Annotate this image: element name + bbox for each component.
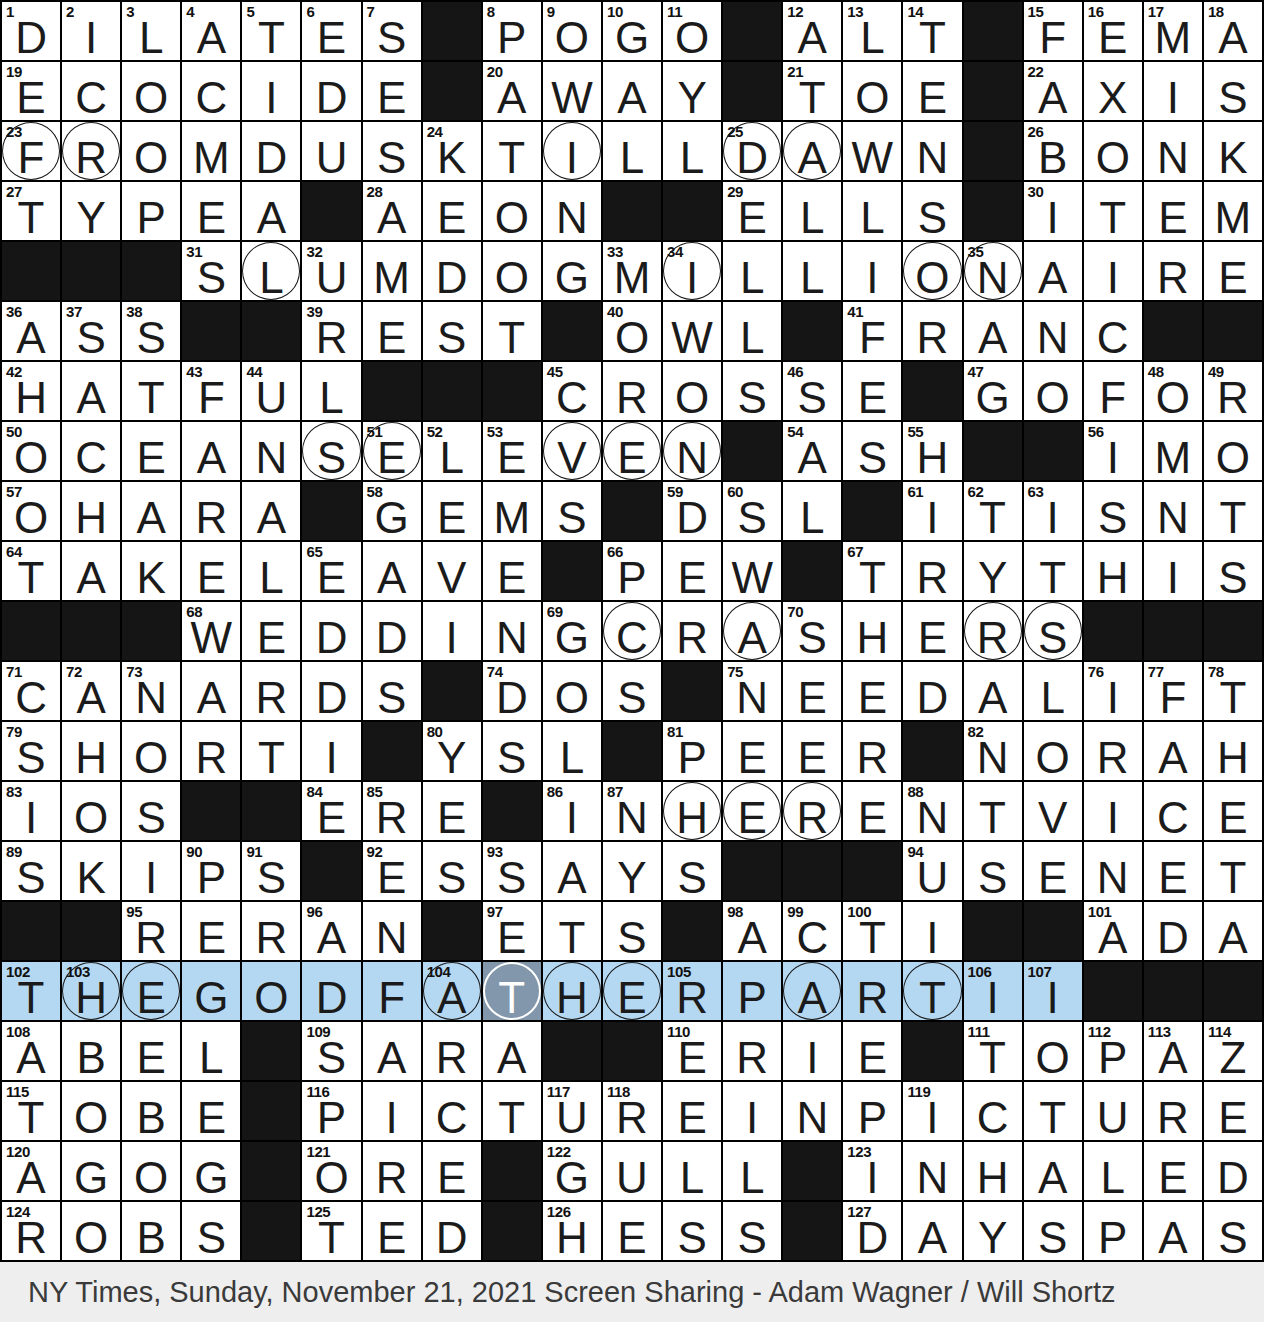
cell-r18c13[interactable]: R xyxy=(723,1022,781,1080)
cell-r2c21[interactable]: S xyxy=(1204,62,1262,120)
cell-r6c6[interactable]: 39R xyxy=(302,302,360,360)
cell-r14c1[interactable]: 83I xyxy=(2,782,60,840)
cell-r7c4[interactable]: 43F xyxy=(182,362,240,420)
cell-r15c8[interactable]: S xyxy=(423,842,481,900)
cell-r3c9[interactable]: T xyxy=(483,122,541,180)
cell-r19c7[interactable]: I xyxy=(363,1082,421,1140)
cell-r13c9[interactable]: S xyxy=(483,722,541,780)
cell-r7c11[interactable]: R xyxy=(603,362,661,420)
cell-r8c10[interactable]: V xyxy=(543,422,601,480)
cell-r18c6[interactable]: 109S xyxy=(302,1022,360,1080)
cell-r3c15[interactable]: W xyxy=(843,122,901,180)
cell-r17c17[interactable]: 106I xyxy=(964,962,1022,1020)
cell-r13c18[interactable]: O xyxy=(1024,722,1082,780)
cell-r18c2[interactable]: B xyxy=(62,1022,120,1080)
cell-r12c6[interactable]: D xyxy=(302,662,360,720)
cell-r12c21[interactable]: 78T xyxy=(1204,662,1262,720)
cell-r1c9[interactable]: 8P xyxy=(483,2,541,60)
cell-r8c4[interactable]: A xyxy=(182,422,240,480)
cell-r7c17[interactable]: 47G xyxy=(964,362,1022,420)
cell-r4c21[interactable]: M xyxy=(1204,182,1262,240)
cell-r8c7[interactable]: 51E xyxy=(363,422,421,480)
cell-r4c19[interactable]: T xyxy=(1084,182,1142,240)
cell-r19c19[interactable]: U xyxy=(1084,1082,1142,1140)
cell-r8c1[interactable]: 50O xyxy=(2,422,60,480)
cell-r1c11[interactable]: 10G xyxy=(603,2,661,60)
cell-r2c4[interactable]: C xyxy=(182,62,240,120)
cell-r5c21[interactable]: E xyxy=(1204,242,1262,300)
cell-r20c2[interactable]: G xyxy=(62,1142,120,1200)
cell-r4c8[interactable]: E xyxy=(423,182,481,240)
cell-r8c6[interactable]: S xyxy=(302,422,360,480)
cell-r7c6[interactable]: L xyxy=(302,362,360,420)
cell-r19c16[interactable]: 119I xyxy=(903,1082,961,1140)
cell-r10c4[interactable]: E xyxy=(182,542,240,600)
cell-r4c18[interactable]: 30I xyxy=(1024,182,1082,240)
cell-r21c1[interactable]: 124R xyxy=(2,1202,60,1260)
cell-r10c8[interactable]: V xyxy=(423,542,481,600)
cell-r15c1[interactable]: 89S xyxy=(2,842,60,900)
cell-r9c3[interactable]: A xyxy=(122,482,180,540)
cell-r3c12[interactable]: L xyxy=(663,122,721,180)
cell-r21c21[interactable]: S xyxy=(1204,1202,1262,1260)
cell-r14c3[interactable]: S xyxy=(122,782,180,840)
cell-r2c11[interactable]: A xyxy=(603,62,661,120)
cell-r18c14[interactable]: I xyxy=(783,1022,841,1080)
cell-r6c7[interactable]: E xyxy=(363,302,421,360)
cell-r2c9[interactable]: 20A xyxy=(483,62,541,120)
cell-r3c19[interactable]: O xyxy=(1084,122,1142,180)
cell-r1c4[interactable]: 4A xyxy=(182,2,240,60)
cell-r16c14[interactable]: 99C xyxy=(783,902,841,960)
cell-r10c11[interactable]: 66P xyxy=(603,542,661,600)
cell-r8c9[interactable]: 53E xyxy=(483,422,541,480)
cell-r8c3[interactable]: E xyxy=(122,422,180,480)
cell-r21c15[interactable]: 127D xyxy=(843,1202,901,1260)
cell-r16c20[interactable]: D xyxy=(1144,902,1202,960)
cell-r17c8[interactable]: 104A xyxy=(423,962,481,1020)
cell-r14c13[interactable]: E xyxy=(723,782,781,840)
cell-r3c5[interactable]: D xyxy=(242,122,300,180)
cell-r9c10[interactable]: S xyxy=(543,482,601,540)
cell-r7c14[interactable]: 46S xyxy=(783,362,841,420)
cell-r20c20[interactable]: E xyxy=(1144,1142,1202,1200)
cell-r11c14[interactable]: 70S xyxy=(783,602,841,660)
cell-r5c4[interactable]: 31S xyxy=(182,242,240,300)
cell-r17c13[interactable]: P xyxy=(723,962,781,1020)
cell-r9c14[interactable]: L xyxy=(783,482,841,540)
cell-r6c8[interactable]: S xyxy=(423,302,481,360)
cell-r19c4[interactable]: E xyxy=(182,1082,240,1140)
cell-r17c1[interactable]: 102T xyxy=(2,962,60,1020)
cell-r7c2[interactable]: A xyxy=(62,362,120,420)
cell-r17c4[interactable]: G xyxy=(182,962,240,1020)
cell-r2c12[interactable]: Y xyxy=(663,62,721,120)
cell-r19c10[interactable]: 117U xyxy=(543,1082,601,1140)
cell-r17c11[interactable]: E xyxy=(603,962,661,1020)
cell-r4c20[interactable]: E xyxy=(1144,182,1202,240)
cell-r1c19[interactable]: 16E xyxy=(1084,2,1142,60)
cell-r10c19[interactable]: H xyxy=(1084,542,1142,600)
cell-r13c2[interactable]: H xyxy=(62,722,120,780)
cell-r21c6[interactable]: 125T xyxy=(302,1202,360,1260)
cell-r10c2[interactable]: A xyxy=(62,542,120,600)
cell-r13c15[interactable]: R xyxy=(843,722,901,780)
cell-r11c18[interactable]: S xyxy=(1024,602,1082,660)
cell-r7c13[interactable]: S xyxy=(723,362,781,420)
cell-r13c3[interactable]: O xyxy=(122,722,180,780)
cell-r13c10[interactable]: L xyxy=(543,722,601,780)
cell-r20c19[interactable]: L xyxy=(1084,1142,1142,1200)
cell-r2c7[interactable]: E xyxy=(363,62,421,120)
cell-r1c15[interactable]: 13L xyxy=(843,2,901,60)
cell-r13c14[interactable]: E xyxy=(783,722,841,780)
cell-r21c16[interactable]: A xyxy=(903,1202,961,1260)
cell-r17c3[interactable]: E xyxy=(122,962,180,1020)
cell-r21c7[interactable]: E xyxy=(363,1202,421,1260)
cell-r9c17[interactable]: 62T xyxy=(964,482,1022,540)
cell-r7c5[interactable]: 44U xyxy=(242,362,300,420)
cell-r10c5[interactable]: L xyxy=(242,542,300,600)
cell-r21c4[interactable]: S xyxy=(182,1202,240,1260)
cell-r5c5[interactable]: L xyxy=(242,242,300,300)
cell-r21c18[interactable]: S xyxy=(1024,1202,1082,1260)
cell-r8c20[interactable]: M xyxy=(1144,422,1202,480)
cell-r2c18[interactable]: 22A xyxy=(1024,62,1082,120)
cell-r18c9[interactable]: A xyxy=(483,1022,541,1080)
cell-r13c17[interactable]: 82N xyxy=(964,722,1022,780)
cell-r5c18[interactable]: A xyxy=(1024,242,1082,300)
cell-r3c18[interactable]: 26B xyxy=(1024,122,1082,180)
cell-r10c7[interactable]: A xyxy=(363,542,421,600)
cell-r12c3[interactable]: 73N xyxy=(122,662,180,720)
cell-r16c16[interactable]: I xyxy=(903,902,961,960)
cell-r12c10[interactable]: O xyxy=(543,662,601,720)
cell-r11c12[interactable]: R xyxy=(663,602,721,660)
cell-r21c19[interactable]: P xyxy=(1084,1202,1142,1260)
cell-r2c14[interactable]: 21T xyxy=(783,62,841,120)
cell-r12c4[interactable]: A xyxy=(182,662,240,720)
cell-r20c3[interactable]: O xyxy=(122,1142,180,1200)
cell-r8c19[interactable]: 56I xyxy=(1084,422,1142,480)
cell-r19c11[interactable]: 118R xyxy=(603,1082,661,1140)
cell-r5c6[interactable]: 32U xyxy=(302,242,360,300)
cell-r7c21[interactable]: 49R xyxy=(1204,362,1262,420)
cell-r12c15[interactable]: E xyxy=(843,662,901,720)
cell-r13c12[interactable]: 81P xyxy=(663,722,721,780)
cell-r6c16[interactable]: R xyxy=(903,302,961,360)
cell-r12c2[interactable]: 72A xyxy=(62,662,120,720)
cell-r1c16[interactable]: 14T xyxy=(903,2,961,60)
cell-r20c16[interactable]: N xyxy=(903,1142,961,1200)
cell-r14c12[interactable]: H xyxy=(663,782,721,840)
cell-r14c10[interactable]: 86I xyxy=(543,782,601,840)
cell-r16c15[interactable]: 100T xyxy=(843,902,901,960)
cell-r1c5[interactable]: 5T xyxy=(242,2,300,60)
cell-r10c16[interactable]: R xyxy=(903,542,961,600)
cell-r18c8[interactable]: R xyxy=(423,1022,481,1080)
cell-r15c12[interactable]: S xyxy=(663,842,721,900)
cell-r2c19[interactable]: X xyxy=(1084,62,1142,120)
cell-r3c2[interactable]: R xyxy=(62,122,120,180)
cell-r1c7[interactable]: 7S xyxy=(363,2,421,60)
cell-r6c9[interactable]: T xyxy=(483,302,541,360)
cell-r19c21[interactable]: E xyxy=(1204,1082,1262,1140)
cell-r16c11[interactable]: S xyxy=(603,902,661,960)
cell-r9c16[interactable]: 61I xyxy=(903,482,961,540)
cell-r18c20[interactable]: 113A xyxy=(1144,1022,1202,1080)
cell-r10c18[interactable]: T xyxy=(1024,542,1082,600)
cell-r19c3[interactable]: B xyxy=(122,1082,180,1140)
cell-r3c3[interactable]: O xyxy=(122,122,180,180)
cell-r20c6[interactable]: 121O xyxy=(302,1142,360,1200)
cell-r21c17[interactable]: Y xyxy=(964,1202,1022,1260)
cell-r18c19[interactable]: 112P xyxy=(1084,1022,1142,1080)
cell-r21c13[interactable]: S xyxy=(723,1202,781,1260)
cell-r10c12[interactable]: E xyxy=(663,542,721,600)
cell-r16c4[interactable]: E xyxy=(182,902,240,960)
cell-r6c13[interactable]: L xyxy=(723,302,781,360)
cell-r9c13[interactable]: 60S xyxy=(723,482,781,540)
cell-r17c15[interactable]: R xyxy=(843,962,901,1020)
cell-r14c16[interactable]: 88N xyxy=(903,782,961,840)
cell-r9c9[interactable]: M xyxy=(483,482,541,540)
cell-r17c10[interactable]: H xyxy=(543,962,601,1020)
cell-r11c7[interactable]: D xyxy=(363,602,421,660)
cell-r14c2[interactable]: O xyxy=(62,782,120,840)
cell-r9c8[interactable]: E xyxy=(423,482,481,540)
cell-r2c16[interactable]: E xyxy=(903,62,961,120)
cell-r6c19[interactable]: C xyxy=(1084,302,1142,360)
cell-r15c11[interactable]: Y xyxy=(603,842,661,900)
cell-r20c7[interactable]: R xyxy=(363,1142,421,1200)
cell-r1c6[interactable]: 6E xyxy=(302,2,360,60)
cell-r18c18[interactable]: O xyxy=(1024,1022,1082,1080)
cell-r2c5[interactable]: I xyxy=(242,62,300,120)
cell-r8c2[interactable]: C xyxy=(62,422,120,480)
cell-r20c12[interactable]: L xyxy=(663,1142,721,1200)
cell-r15c21[interactable]: T xyxy=(1204,842,1262,900)
cell-r18c7[interactable]: A xyxy=(363,1022,421,1080)
cell-r1c20[interactable]: 17M xyxy=(1144,2,1202,60)
cell-r12c20[interactable]: 77F xyxy=(1144,662,1202,720)
cell-r6c17[interactable]: A xyxy=(964,302,1022,360)
cell-r2c1[interactable]: 19E xyxy=(2,62,60,120)
cell-r14c8[interactable]: E xyxy=(423,782,481,840)
cell-r17c12[interactable]: 105R xyxy=(663,962,721,1020)
cell-r4c9[interactable]: O xyxy=(483,182,541,240)
cell-r14c15[interactable]: E xyxy=(843,782,901,840)
cell-r14c14[interactable]: R xyxy=(783,782,841,840)
cell-r17c5[interactable]: O xyxy=(242,962,300,1020)
cell-r20c21[interactable]: D xyxy=(1204,1142,1262,1200)
cell-r2c3[interactable]: O xyxy=(122,62,180,120)
cell-r9c2[interactable]: H xyxy=(62,482,120,540)
cell-r21c3[interactable]: B xyxy=(122,1202,180,1260)
cell-r15c5[interactable]: 91S xyxy=(242,842,300,900)
cell-r12c7[interactable]: S xyxy=(363,662,421,720)
cell-r5c8[interactable]: D xyxy=(423,242,481,300)
cell-r12c16[interactable]: D xyxy=(903,662,961,720)
cell-r15c4[interactable]: 90P xyxy=(182,842,240,900)
cell-r5c16[interactable]: O xyxy=(903,242,961,300)
cell-r12c13[interactable]: 75N xyxy=(723,662,781,720)
cell-r19c13[interactable]: I xyxy=(723,1082,781,1140)
cell-r1c21[interactable]: 18A xyxy=(1204,2,1262,60)
cell-r14c6[interactable]: 84E xyxy=(302,782,360,840)
cell-r6c15[interactable]: 41F xyxy=(843,302,901,360)
cell-r3c6[interactable]: U xyxy=(302,122,360,180)
cell-r9c5[interactable]: A xyxy=(242,482,300,540)
cell-r15c2[interactable]: K xyxy=(62,842,120,900)
cell-r7c10[interactable]: 45C xyxy=(543,362,601,420)
cell-r10c17[interactable]: Y xyxy=(964,542,1022,600)
cell-r17c14[interactable]: A xyxy=(783,962,841,1020)
cell-r6c11[interactable]: 40O xyxy=(603,302,661,360)
cell-r8c16[interactable]: 55H xyxy=(903,422,961,480)
cell-r14c19[interactable]: I xyxy=(1084,782,1142,840)
cell-r3c8[interactable]: 24K xyxy=(423,122,481,180)
cell-r15c7[interactable]: 92E xyxy=(363,842,421,900)
cell-r7c19[interactable]: F xyxy=(1084,362,1142,420)
cell-r7c3[interactable]: T xyxy=(122,362,180,420)
cell-r4c2[interactable]: Y xyxy=(62,182,120,240)
cell-r13c4[interactable]: R xyxy=(182,722,240,780)
cell-r20c18[interactable]: A xyxy=(1024,1142,1082,1200)
cell-r3c11[interactable]: L xyxy=(603,122,661,180)
cell-r13c6[interactable]: I xyxy=(302,722,360,780)
cell-r15c18[interactable]: E xyxy=(1024,842,1082,900)
cell-r4c15[interactable]: L xyxy=(843,182,901,240)
cell-r19c8[interactable]: C xyxy=(423,1082,481,1140)
cell-r16c7[interactable]: N xyxy=(363,902,421,960)
cell-r1c2[interactable]: 2I xyxy=(62,2,120,60)
cell-r10c15[interactable]: 67T xyxy=(843,542,901,600)
cell-r19c14[interactable]: N xyxy=(783,1082,841,1140)
cell-r6c2[interactable]: 37S xyxy=(62,302,120,360)
cell-r12c9[interactable]: 74D xyxy=(483,662,541,720)
cell-r9c1[interactable]: 57O xyxy=(2,482,60,540)
cell-r11c13[interactable]: A xyxy=(723,602,781,660)
cell-r11c10[interactable]: 69G xyxy=(543,602,601,660)
cell-r21c10[interactable]: 126H xyxy=(543,1202,601,1260)
cell-r20c17[interactable]: H xyxy=(964,1142,1022,1200)
cell-r8c8[interactable]: 52L xyxy=(423,422,481,480)
cell-r7c12[interactable]: O xyxy=(663,362,721,420)
cell-r3c1[interactable]: 23F xyxy=(2,122,60,180)
cell-r20c15[interactable]: 123I xyxy=(843,1142,901,1200)
cell-r19c2[interactable]: O xyxy=(62,1082,120,1140)
cell-r14c21[interactable]: E xyxy=(1204,782,1262,840)
cell-r9c20[interactable]: N xyxy=(1144,482,1202,540)
cell-r2c10[interactable]: W xyxy=(543,62,601,120)
cell-r1c14[interactable]: 12A xyxy=(783,2,841,60)
cell-r16c3[interactable]: 95R xyxy=(122,902,180,960)
cell-r2c2[interactable]: C xyxy=(62,62,120,120)
cell-r3c7[interactable]: S xyxy=(363,122,421,180)
cell-r4c1[interactable]: 27T xyxy=(2,182,60,240)
cell-r19c18[interactable]: T xyxy=(1024,1082,1082,1140)
cell-r19c20[interactable]: R xyxy=(1144,1082,1202,1140)
cell-r13c20[interactable]: A xyxy=(1144,722,1202,780)
cell-r4c4[interactable]: E xyxy=(182,182,240,240)
cell-r8c21[interactable]: O xyxy=(1204,422,1262,480)
cell-r11c11[interactable]: C xyxy=(603,602,661,660)
cell-r15c9[interactable]: 93S xyxy=(483,842,541,900)
cell-r12c14[interactable]: E xyxy=(783,662,841,720)
cell-r15c20[interactable]: E xyxy=(1144,842,1202,900)
cell-r16c5[interactable]: R xyxy=(242,902,300,960)
cell-r17c16[interactable]: T xyxy=(903,962,961,1020)
cell-r7c20[interactable]: 48O xyxy=(1144,362,1202,420)
cell-r18c4[interactable]: L xyxy=(182,1022,240,1080)
cell-r19c12[interactable]: E xyxy=(663,1082,721,1140)
cell-r12c17[interactable]: A xyxy=(964,662,1022,720)
cell-r3c16[interactable]: N xyxy=(903,122,961,180)
cell-r14c7[interactable]: 85R xyxy=(363,782,421,840)
cell-r16c21[interactable]: A xyxy=(1204,902,1262,960)
cell-r14c20[interactable]: C xyxy=(1144,782,1202,840)
cell-r4c10[interactable]: N xyxy=(543,182,601,240)
cell-r1c1[interactable]: 1D xyxy=(2,2,60,60)
cell-r17c18[interactable]: 107I xyxy=(1024,962,1082,1020)
cell-r10c13[interactable]: W xyxy=(723,542,781,600)
cell-r2c6[interactable]: D xyxy=(302,62,360,120)
cell-r18c21[interactable]: 114Z xyxy=(1204,1022,1262,1080)
cell-r19c17[interactable]: C xyxy=(964,1082,1022,1140)
cell-r18c12[interactable]: 110E xyxy=(663,1022,721,1080)
cell-r9c12[interactable]: 59D xyxy=(663,482,721,540)
cell-r4c14[interactable]: L xyxy=(783,182,841,240)
cell-r5c17[interactable]: 35N xyxy=(964,242,1022,300)
cell-r13c13[interactable]: E xyxy=(723,722,781,780)
cell-r9c4[interactable]: R xyxy=(182,482,240,540)
cell-r10c20[interactable]: I xyxy=(1144,542,1202,600)
cell-r2c15[interactable]: O xyxy=(843,62,901,120)
cell-r11c16[interactable]: E xyxy=(903,602,961,660)
cell-r1c10[interactable]: 9O xyxy=(543,2,601,60)
cell-r16c9[interactable]: 97E xyxy=(483,902,541,960)
cell-r12c11[interactable]: S xyxy=(603,662,661,720)
cell-r13c21[interactable]: H xyxy=(1204,722,1262,780)
cell-r17c7[interactable]: F xyxy=(363,962,421,1020)
cell-r4c3[interactable]: P xyxy=(122,182,180,240)
cell-r3c20[interactable]: N xyxy=(1144,122,1202,180)
cell-r20c4[interactable]: G xyxy=(182,1142,240,1200)
cell-r8c5[interactable]: N xyxy=(242,422,300,480)
cell-r13c5[interactable]: T xyxy=(242,722,300,780)
cell-r19c15[interactable]: P xyxy=(843,1082,901,1140)
cell-r10c21[interactable]: S xyxy=(1204,542,1262,600)
cell-r2c20[interactable]: I xyxy=(1144,62,1202,120)
cell-r11c15[interactable]: H xyxy=(843,602,901,660)
cell-r8c12[interactable]: N xyxy=(663,422,721,480)
cell-r19c6[interactable]: 116P xyxy=(302,1082,360,1140)
cell-r12c1[interactable]: 71C xyxy=(2,662,60,720)
cell-r18c17[interactable]: 111T xyxy=(964,1022,1022,1080)
cell-r17c2[interactable]: 103H xyxy=(62,962,120,1020)
cell-r3c4[interactable]: M xyxy=(182,122,240,180)
cell-r8c15[interactable]: S xyxy=(843,422,901,480)
cell-r19c9[interactable]: T xyxy=(483,1082,541,1140)
cell-r15c19[interactable]: N xyxy=(1084,842,1142,900)
cell-r4c13[interactable]: 29E xyxy=(723,182,781,240)
cell-r5c19[interactable]: I xyxy=(1084,242,1142,300)
cell-r13c1[interactable]: 79S xyxy=(2,722,60,780)
cell-r4c16[interactable]: S xyxy=(903,182,961,240)
cell-r11c4[interactable]: 68W xyxy=(182,602,240,660)
cell-r4c5[interactable]: A xyxy=(242,182,300,240)
